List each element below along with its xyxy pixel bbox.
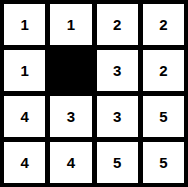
blocked-cell-r2c2[interactable] [50, 50, 91, 91]
grid-cell-r1c4[interactable]: 2 [143, 4, 184, 45]
grid-cell-r2c4[interactable]: 2 [143, 50, 184, 91]
puzzle-board: 112213243354455 [0, 0, 188, 187]
grid-cell-r1c2[interactable]: 1 [50, 4, 91, 45]
grid-cell-r4c2[interactable]: 4 [50, 142, 91, 183]
grid-cell-r4c4[interactable]: 5 [143, 142, 184, 183]
grid-cell-r3c3[interactable]: 3 [97, 96, 138, 137]
grid-cell-r3c2[interactable]: 3 [50, 96, 91, 137]
grid-cell-r3c1[interactable]: 4 [4, 96, 45, 137]
grid-cell-r2c3[interactable]: 3 [97, 50, 138, 91]
grid-cell-r3c4[interactable]: 5 [143, 96, 184, 137]
grid-cell-r4c3[interactable]: 5 [97, 142, 138, 183]
grid-cell-r1c1[interactable]: 1 [4, 4, 45, 45]
grid-cell-r4c1[interactable]: 4 [4, 142, 45, 183]
grid-cell-r2c1[interactable]: 1 [4, 50, 45, 91]
grid-cell-r1c3[interactable]: 2 [97, 4, 138, 45]
